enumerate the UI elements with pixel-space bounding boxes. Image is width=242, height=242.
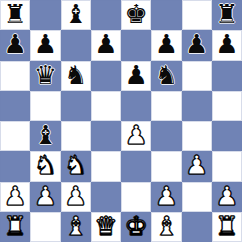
square-b1[interactable] <box>30 212 60 242</box>
black-pawn[interactable]: ♟ <box>215 31 238 57</box>
square-a6[interactable] <box>0 61 30 91</box>
square-d4[interactable] <box>91 121 121 151</box>
chess-board: ♜♝♚♜♟♟♟♟♟♟♛♞♟♞♝♟♞♞♟♟♟♟♟♟♜♝♛♚♝♜ <box>0 0 242 242</box>
square-b5[interactable] <box>30 91 60 121</box>
black-pawn[interactable]: ♟ <box>94 31 117 57</box>
square-c3[interactable]: ♞ <box>61 151 91 181</box>
square-c2[interactable]: ♟ <box>61 182 91 212</box>
white-pawn[interactable]: ♟ <box>64 183 87 209</box>
square-h4[interactable] <box>212 121 242 151</box>
black-pawn[interactable]: ♟ <box>124 62 147 88</box>
square-g1[interactable] <box>182 212 212 242</box>
black-bishop[interactable]: ♝ <box>64 1 87 27</box>
black-knight[interactable]: ♞ <box>155 62 178 88</box>
square-a8[interactable]: ♜ <box>0 0 30 30</box>
square-e7[interactable] <box>121 30 151 60</box>
white-pawn[interactable]: ♟ <box>215 183 238 209</box>
white-knight[interactable]: ♞ <box>34 152 57 178</box>
white-rook[interactable]: ♜ <box>215 213 238 239</box>
square-f5[interactable] <box>151 91 181 121</box>
square-e8[interactable]: ♚ <box>121 0 151 30</box>
square-f3[interactable] <box>151 151 181 181</box>
square-g6[interactable] <box>182 61 212 91</box>
square-a5[interactable] <box>0 91 30 121</box>
square-c1[interactable]: ♝ <box>61 212 91 242</box>
white-pawn[interactable]: ♟ <box>3 183 26 209</box>
black-pawn[interactable]: ♟ <box>155 31 178 57</box>
square-b6[interactable]: ♛ <box>30 61 60 91</box>
square-b4[interactable]: ♝ <box>30 121 60 151</box>
square-h3[interactable] <box>212 151 242 181</box>
square-h6[interactable] <box>212 61 242 91</box>
black-pawn[interactable]: ♟ <box>185 31 208 57</box>
square-c6[interactable]: ♞ <box>61 61 91 91</box>
white-knight[interactable]: ♞ <box>64 152 87 178</box>
square-d2[interactable] <box>91 182 121 212</box>
white-queen[interactable]: ♛ <box>94 213 117 239</box>
white-pawn[interactable]: ♟ <box>155 183 178 209</box>
black-king[interactable]: ♚ <box>124 1 147 27</box>
square-c4[interactable] <box>61 121 91 151</box>
square-h5[interactable] <box>212 91 242 121</box>
square-f2[interactable]: ♟ <box>151 182 181 212</box>
square-d5[interactable] <box>91 91 121 121</box>
square-e2[interactable] <box>121 182 151 212</box>
square-g5[interactable] <box>182 91 212 121</box>
white-pawn[interactable]: ♟ <box>124 122 147 148</box>
square-d8[interactable] <box>91 0 121 30</box>
square-c5[interactable] <box>61 91 91 121</box>
square-h8[interactable]: ♜ <box>212 0 242 30</box>
square-a7[interactable]: ♟ <box>0 30 30 60</box>
square-g8[interactable] <box>182 0 212 30</box>
square-e1[interactable]: ♚ <box>121 212 151 242</box>
square-g2[interactable] <box>182 182 212 212</box>
square-d7[interactable]: ♟ <box>91 30 121 60</box>
square-e6[interactable]: ♟ <box>121 61 151 91</box>
square-h7[interactable]: ♟ <box>212 30 242 60</box>
square-f1[interactable]: ♝ <box>151 212 181 242</box>
square-g4[interactable] <box>182 121 212 151</box>
black-knight[interactable]: ♞ <box>64 62 87 88</box>
black-pawn[interactable]: ♟ <box>3 31 26 57</box>
square-b7[interactable]: ♟ <box>30 30 60 60</box>
white-pawn[interactable]: ♟ <box>34 183 57 209</box>
black-pawn[interactable]: ♟ <box>34 31 57 57</box>
square-e5[interactable] <box>121 91 151 121</box>
square-f7[interactable]: ♟ <box>151 30 181 60</box>
square-e4[interactable]: ♟ <box>121 121 151 151</box>
square-b8[interactable] <box>30 0 60 30</box>
square-a4[interactable] <box>0 121 30 151</box>
black-rook[interactable]: ♜ <box>215 1 238 27</box>
white-king[interactable]: ♚ <box>124 213 147 239</box>
white-bishop[interactable]: ♝ <box>64 213 87 239</box>
square-a2[interactable]: ♟ <box>0 182 30 212</box>
square-f6[interactable]: ♞ <box>151 61 181 91</box>
square-d1[interactable]: ♛ <box>91 212 121 242</box>
square-c8[interactable]: ♝ <box>61 0 91 30</box>
white-pawn[interactable]: ♟ <box>185 152 208 178</box>
square-h2[interactable]: ♟ <box>212 182 242 212</box>
square-d6[interactable] <box>91 61 121 91</box>
black-bishop[interactable]: ♝ <box>34 122 57 148</box>
square-c7[interactable] <box>61 30 91 60</box>
white-rook[interactable]: ♜ <box>3 213 26 239</box>
black-queen[interactable]: ♛ <box>34 62 57 88</box>
square-g3[interactable]: ♟ <box>182 151 212 181</box>
black-rook[interactable]: ♜ <box>3 1 26 27</box>
square-f8[interactable] <box>151 0 181 30</box>
white-bishop[interactable]: ♝ <box>155 213 178 239</box>
square-a3[interactable] <box>0 151 30 181</box>
square-a1[interactable]: ♜ <box>0 212 30 242</box>
square-d3[interactable] <box>91 151 121 181</box>
square-b2[interactable]: ♟ <box>30 182 60 212</box>
square-h1[interactable]: ♜ <box>212 212 242 242</box>
square-f4[interactable] <box>151 121 181 151</box>
square-e3[interactable] <box>121 151 151 181</box>
square-g7[interactable]: ♟ <box>182 30 212 60</box>
square-b3[interactable]: ♞ <box>30 151 60 181</box>
